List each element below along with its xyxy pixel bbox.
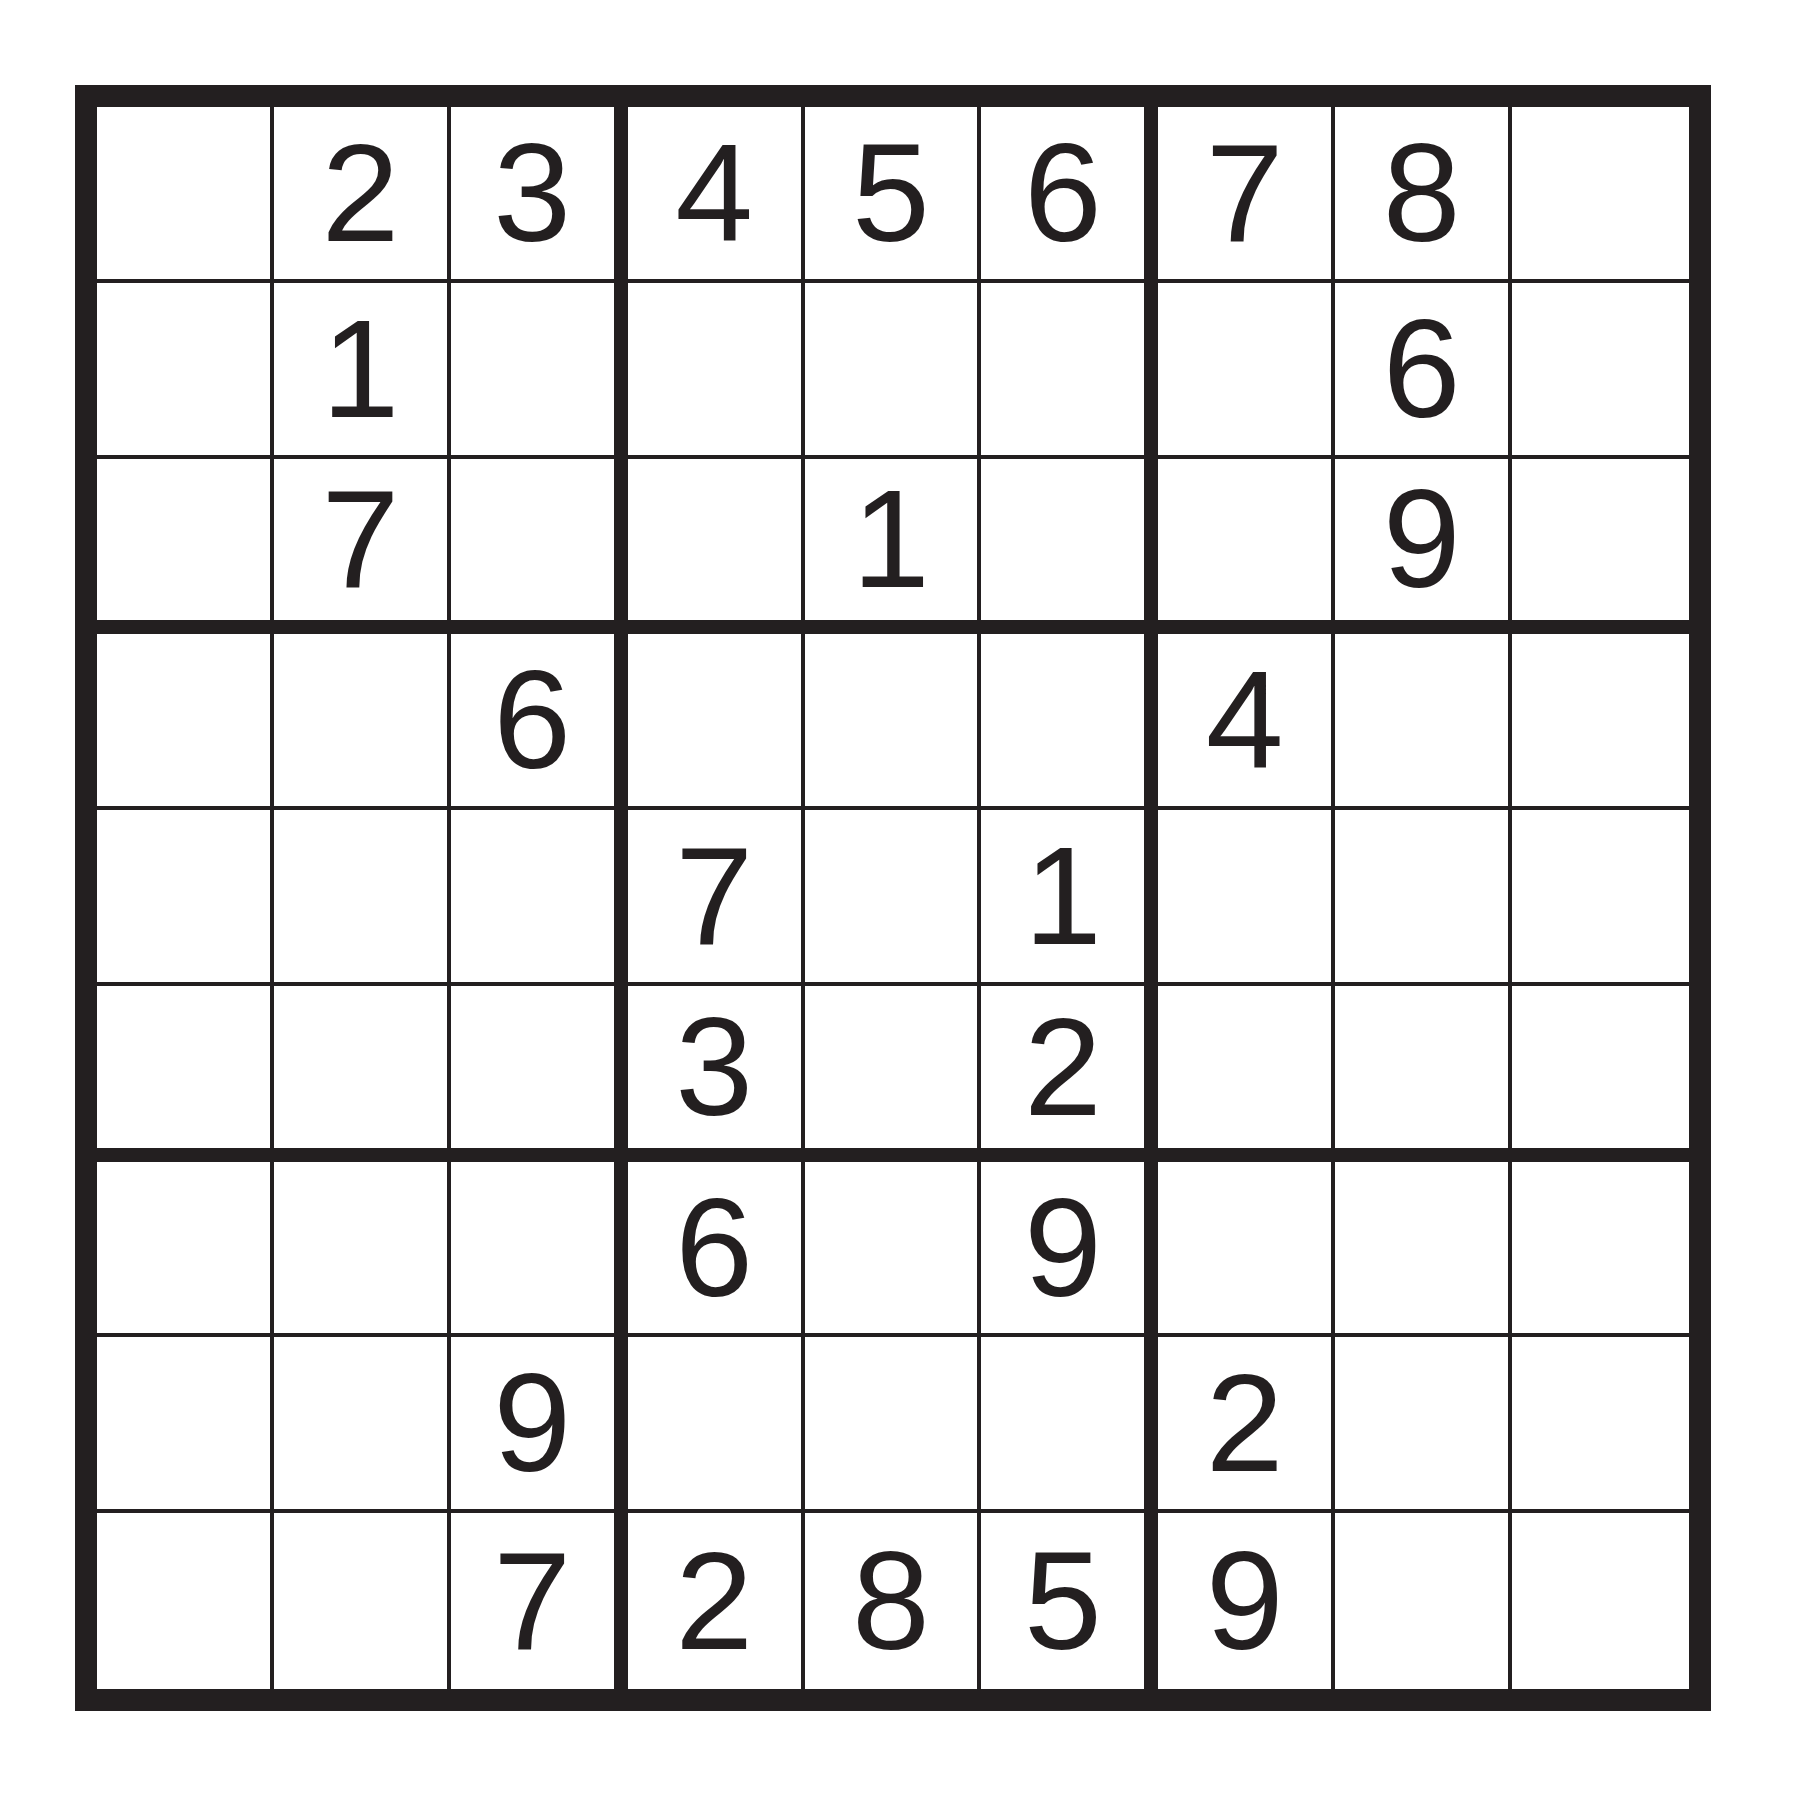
cell-r4c7: 4 [1158,634,1335,810]
cell-r6c8[interactable] [1335,986,1512,1162]
cell-r3c3[interactable] [451,459,628,635]
cell-r5c2[interactable] [274,810,451,986]
cell-r9c5: 8 [805,1513,982,1689]
cell-r4c4[interactable] [628,634,805,810]
cell-r4c8[interactable] [1335,634,1512,810]
cell-r7c5[interactable] [805,1162,982,1338]
cell-r5c5[interactable] [805,810,982,986]
cell-r3c9[interactable] [1512,459,1689,635]
cell-r4c2[interactable] [274,634,451,810]
cell-r2c1[interactable] [97,283,274,459]
cell-r5c1[interactable] [97,810,274,986]
cell-r1c9[interactable] [1512,107,1689,283]
cell-r5c7[interactable] [1158,810,1335,986]
cell-r9c7: 9 [1158,1513,1335,1689]
cell-r4c6[interactable] [981,634,1158,810]
cell-r2c7[interactable] [1158,283,1335,459]
cell-r1c4: 4 [628,107,805,283]
cell-r3c6[interactable] [981,459,1158,635]
cell-r9c1[interactable] [97,1513,274,1689]
cell-r5c6: 1 [981,810,1158,986]
cell-r7c4: 6 [628,1162,805,1338]
cell-r8c7: 2 [1158,1337,1335,1513]
cell-r9c6: 5 [981,1513,1158,1689]
cell-r6c4: 3 [628,986,805,1162]
cell-r7c9[interactable] [1512,1162,1689,1338]
cell-r2c6[interactable] [981,283,1158,459]
cell-r5c3[interactable] [451,810,628,986]
cell-r6c6: 2 [981,986,1158,1162]
cell-r6c1[interactable] [97,986,274,1162]
sudoku-board: 234567816719647132699272859 [75,85,1711,1711]
cell-r1c6: 6 [981,107,1158,283]
cell-r2c8: 6 [1335,283,1512,459]
cell-r8c3: 9 [451,1337,628,1513]
cell-r8c8[interactable] [1335,1337,1512,1513]
cell-r1c2: 2 [274,107,451,283]
cell-r8c4[interactable] [628,1337,805,1513]
cell-r3c8: 9 [1335,459,1512,635]
cell-r9c3: 7 [451,1513,628,1689]
cell-r4c9[interactable] [1512,634,1689,810]
cell-r1c7: 7 [1158,107,1335,283]
cell-r2c9[interactable] [1512,283,1689,459]
cell-r1c8: 8 [1335,107,1512,283]
cell-r7c8[interactable] [1335,1162,1512,1338]
cell-r9c8[interactable] [1335,1513,1512,1689]
cell-r7c6: 9 [981,1162,1158,1338]
cell-r1c1[interactable] [97,107,274,283]
cell-r8c2[interactable] [274,1337,451,1513]
cell-r2c5[interactable] [805,283,982,459]
cell-r3c1[interactable] [97,459,274,635]
cell-r5c4: 7 [628,810,805,986]
cell-r7c7[interactable] [1158,1162,1335,1338]
page-background: 234567816719647132699272859 [0,0,1800,1804]
cell-r3c5: 1 [805,459,982,635]
cell-r6c9[interactable] [1512,986,1689,1162]
cell-r9c4: 2 [628,1513,805,1689]
cell-r9c9[interactable] [1512,1513,1689,1689]
cell-r3c4[interactable] [628,459,805,635]
cell-r7c3[interactable] [451,1162,628,1338]
cell-r7c2[interactable] [274,1162,451,1338]
cell-r8c6[interactable] [981,1337,1158,1513]
cell-r6c2[interactable] [274,986,451,1162]
cell-r1c3: 3 [451,107,628,283]
cell-r4c5[interactable] [805,634,982,810]
cell-r6c3[interactable] [451,986,628,1162]
cell-r6c5[interactable] [805,986,982,1162]
cell-r4c3: 6 [451,634,628,810]
cell-r1c5: 5 [805,107,982,283]
cell-r5c9[interactable] [1512,810,1689,986]
cell-r2c3[interactable] [451,283,628,459]
cell-r9c2[interactable] [274,1513,451,1689]
cell-r4c1[interactable] [97,634,274,810]
cell-r6c7[interactable] [1158,986,1335,1162]
cell-r2c2: 1 [274,283,451,459]
cell-r2c4[interactable] [628,283,805,459]
cell-r3c7[interactable] [1158,459,1335,635]
cell-r8c9[interactable] [1512,1337,1689,1513]
cell-r8c5[interactable] [805,1337,982,1513]
cell-r3c2: 7 [274,459,451,635]
cell-r5c8[interactable] [1335,810,1512,986]
cell-r8c1[interactable] [97,1337,274,1513]
cell-r7c1[interactable] [97,1162,274,1338]
